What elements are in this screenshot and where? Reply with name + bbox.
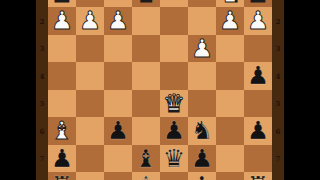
square-g6[interactable] — [76, 117, 104, 145]
square-f5[interactable] — [104, 90, 132, 118]
square-a6[interactable]: ♟ — [244, 117, 272, 145]
square-d8[interactable] — [160, 172, 188, 180]
square-e5[interactable] — [132, 90, 160, 118]
square-c4[interactable] — [188, 62, 216, 90]
piece-black-bishop-c8[interactable]: ♝ — [188, 172, 216, 180]
piece-black-pawn-a6[interactable]: ♟ — [244, 117, 272, 145]
square-h6[interactable]: ♝ — [48, 117, 76, 145]
square-b8[interactable] — [216, 172, 244, 180]
rank-label-2: 2 — [272, 17, 284, 26]
rank-label-6: 6 — [272, 127, 284, 136]
square-d1[interactable] — [160, 0, 188, 7]
square-d6[interactable]: ♟ — [160, 117, 188, 145]
rank-label-6: 6 — [36, 127, 48, 136]
square-d2[interactable] — [160, 7, 188, 35]
square-d7[interactable]: ♛ — [160, 145, 188, 173]
piece-black-queen-d7[interactable]: ♛ — [160, 145, 188, 173]
square-a5[interactable] — [244, 90, 272, 118]
piece-white-pawn-h2[interactable]: ♟ — [48, 7, 76, 35]
square-f8[interactable] — [104, 172, 132, 180]
square-b5[interactable] — [216, 90, 244, 118]
rank-label-3: 3 — [272, 44, 284, 53]
square-c3[interactable]: ♟ — [188, 35, 216, 63]
square-c8[interactable]: ♝ — [188, 172, 216, 180]
rank-label-2: 2 — [36, 17, 48, 26]
square-f4[interactable] — [104, 62, 132, 90]
square-b2[interactable]: ♟ — [216, 7, 244, 35]
square-c7[interactable]: ♟ — [188, 145, 216, 173]
piece-black-knight-c6[interactable]: ♞ — [188, 117, 216, 145]
square-h5[interactable] — [48, 90, 76, 118]
square-e1[interactable]: ♚ — [132, 0, 160, 7]
square-c2[interactable] — [188, 7, 216, 35]
square-h8[interactable]: ♜ — [48, 172, 76, 180]
square-e7[interactable]: ♝ — [132, 145, 160, 173]
rank-labels-left: 234567 — [36, 0, 48, 180]
rank-label-5: 5 — [36, 99, 48, 108]
rank-label-7: 7 — [272, 154, 284, 163]
chess-screenshot-stage: ♜♚♞♜♟♟♟♟♟♟♟♛♝♟♟♞♟♟♝♛♟♜♚♝♜ 234567 234567 — [0, 0, 320, 180]
square-f7[interactable] — [104, 145, 132, 173]
square-c1[interactable] — [188, 0, 216, 7]
square-g8[interactable] — [76, 172, 104, 180]
rank-label-4: 4 — [36, 72, 48, 81]
piece-black-pawn-h7[interactable]: ♟ — [48, 145, 76, 173]
piece-black-pawn-f6[interactable]: ♟ — [104, 117, 132, 145]
square-g3[interactable] — [76, 35, 104, 63]
square-b3[interactable] — [216, 35, 244, 63]
square-c6[interactable]: ♞ — [188, 117, 216, 145]
piece-black-rook-a8[interactable]: ♜ — [244, 172, 272, 180]
piece-white-pawn-b2[interactable]: ♟ — [216, 7, 244, 35]
square-e4[interactable] — [132, 62, 160, 90]
square-e2[interactable] — [132, 7, 160, 35]
piece-white-pawn-f2[interactable]: ♟ — [104, 7, 132, 35]
square-h4[interactable] — [48, 62, 76, 90]
piece-black-pawn-d6[interactable]: ♟ — [160, 117, 188, 145]
square-a4[interactable]: ♟ — [244, 62, 272, 90]
square-a8[interactable]: ♜ — [244, 172, 272, 180]
piece-white-bishop-h6[interactable]: ♝ — [48, 117, 76, 145]
square-a2[interactable]: ♟ — [244, 7, 272, 35]
piece-black-king-e8[interactable]: ♚ — [132, 172, 160, 180]
square-f6[interactable]: ♟ — [104, 117, 132, 145]
piece-white-king-e1[interactable]: ♚ — [132, 0, 160, 7]
square-g7[interactable] — [76, 145, 104, 173]
piece-white-pawn-g2[interactable]: ♟ — [76, 7, 104, 35]
square-h2[interactable]: ♟ — [48, 7, 76, 35]
square-f2[interactable]: ♟ — [104, 7, 132, 35]
piece-black-bishop-e7[interactable]: ♝ — [132, 145, 160, 173]
square-d3[interactable] — [160, 35, 188, 63]
square-g5[interactable] — [76, 90, 104, 118]
square-e3[interactable] — [132, 35, 160, 63]
square-b7[interactable] — [216, 145, 244, 173]
square-a7[interactable] — [244, 145, 272, 173]
square-a3[interactable] — [244, 35, 272, 63]
square-e6[interactable] — [132, 117, 160, 145]
square-h3[interactable] — [48, 35, 76, 63]
square-g2[interactable]: ♟ — [76, 7, 104, 35]
square-e8[interactable]: ♚ — [132, 172, 160, 180]
rank-label-7: 7 — [36, 154, 48, 163]
rank-label-4: 4 — [272, 72, 284, 81]
piece-white-pawn-a2[interactable]: ♟ — [244, 7, 272, 35]
piece-white-pawn-c3[interactable]: ♟ — [188, 35, 216, 63]
square-f3[interactable] — [104, 35, 132, 63]
rank-labels-right: 234567 — [272, 0, 284, 180]
chess-board[interactable]: ♜♚♞♜♟♟♟♟♟♟♟♛♝♟♟♞♟♟♝♛♟♜♚♝♜ — [48, 0, 272, 180]
piece-black-pawn-c7[interactable]: ♟ — [188, 145, 216, 173]
square-d5[interactable]: ♛ — [160, 90, 188, 118]
square-b6[interactable] — [216, 117, 244, 145]
square-g4[interactable] — [76, 62, 104, 90]
piece-black-pawn-a4[interactable]: ♟ — [244, 62, 272, 90]
rank-label-3: 3 — [36, 44, 48, 53]
rank-label-5: 5 — [272, 99, 284, 108]
square-h7[interactable]: ♟ — [48, 145, 76, 173]
piece-white-queen-d5[interactable]: ♛ — [160, 90, 188, 118]
square-d4[interactable] — [160, 62, 188, 90]
square-b4[interactable] — [216, 62, 244, 90]
piece-black-rook-h8[interactable]: ♜ — [48, 172, 76, 180]
square-c5[interactable] — [188, 90, 216, 118]
